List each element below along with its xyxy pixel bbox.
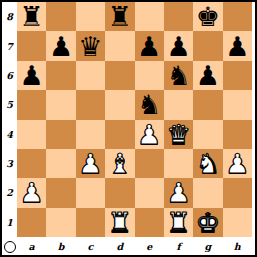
black-knight[interactable]: ♞ bbox=[166, 61, 190, 90]
square-h7[interactable]: ♟ bbox=[223, 31, 252, 60]
square-h1[interactable] bbox=[223, 208, 252, 237]
square-c7[interactable]: ♛ bbox=[76, 31, 105, 60]
square-c2[interactable] bbox=[76, 178, 105, 207]
square-g5[interactable] bbox=[193, 90, 222, 119]
rank-labels: 8 7 6 5 4 3 2 1 bbox=[2, 2, 17, 237]
white-queen[interactable]: ♛ bbox=[166, 120, 190, 149]
black-pawn[interactable]: ♟ bbox=[137, 32, 161, 61]
white-king[interactable]: ♚ bbox=[196, 208, 220, 237]
black-pawn[interactable]: ♟ bbox=[225, 32, 249, 61]
file-label-a: a bbox=[17, 237, 46, 255]
square-d8[interactable]: ♜ bbox=[105, 2, 134, 31]
white-pawn[interactable]: ♟ bbox=[225, 149, 249, 178]
square-a8[interactable]: ♜ bbox=[17, 2, 46, 31]
square-b4[interactable] bbox=[46, 120, 75, 149]
square-e7[interactable]: ♟ bbox=[135, 31, 164, 60]
rank-label-2: 2 bbox=[2, 178, 17, 207]
square-d1[interactable]: ♜ bbox=[105, 208, 134, 237]
square-g1[interactable]: ♚ bbox=[193, 208, 222, 237]
rank-label-5: 5 bbox=[2, 90, 17, 119]
square-f3[interactable] bbox=[164, 149, 193, 178]
square-f8[interactable] bbox=[164, 2, 193, 31]
black-pawn[interactable]: ♟ bbox=[49, 32, 73, 61]
square-b6[interactable] bbox=[46, 61, 75, 90]
file-label-d: d bbox=[105, 237, 134, 255]
rank-label-3: 3 bbox=[2, 149, 17, 178]
square-e2[interactable] bbox=[135, 178, 164, 207]
square-g3[interactable]: ♞ bbox=[193, 149, 222, 178]
file-label-f: f bbox=[164, 237, 193, 255]
black-pawn[interactable]: ♟ bbox=[20, 61, 44, 90]
square-h8[interactable] bbox=[223, 2, 252, 31]
file-label-h: h bbox=[223, 237, 252, 255]
square-d3[interactable]: ♝ bbox=[105, 149, 134, 178]
square-e6[interactable] bbox=[135, 61, 164, 90]
square-a5[interactable] bbox=[17, 90, 46, 119]
square-c8[interactable] bbox=[76, 2, 105, 31]
square-h5[interactable] bbox=[223, 90, 252, 119]
square-d4[interactable] bbox=[105, 120, 134, 149]
square-a6[interactable]: ♟ bbox=[17, 61, 46, 90]
black-rook[interactable]: ♜ bbox=[108, 2, 132, 31]
square-b2[interactable] bbox=[46, 178, 75, 207]
square-c1[interactable] bbox=[76, 208, 105, 237]
square-a1[interactable] bbox=[17, 208, 46, 237]
black-queen[interactable]: ♛ bbox=[78, 32, 102, 61]
square-h6[interactable] bbox=[223, 61, 252, 90]
square-e8[interactable] bbox=[135, 2, 164, 31]
rank-label-8: 8 bbox=[2, 2, 17, 31]
square-b3[interactable] bbox=[46, 149, 75, 178]
square-g7[interactable] bbox=[193, 31, 222, 60]
square-b8[interactable] bbox=[46, 2, 75, 31]
file-label-c: c bbox=[76, 237, 105, 255]
square-f1[interactable]: ♜ bbox=[164, 208, 193, 237]
square-g6[interactable]: ♟ bbox=[193, 61, 222, 90]
square-e3[interactable] bbox=[135, 149, 164, 178]
black-knight[interactable]: ♞ bbox=[137, 90, 161, 119]
white-knight[interactable]: ♞ bbox=[196, 149, 220, 178]
square-f5[interactable] bbox=[164, 90, 193, 119]
white-bishop[interactable]: ♝ bbox=[108, 149, 132, 178]
square-c3[interactable]: ♟ bbox=[76, 149, 105, 178]
square-h3[interactable]: ♟ bbox=[223, 149, 252, 178]
square-a7[interactable] bbox=[17, 31, 46, 60]
square-g8[interactable]: ♚ bbox=[193, 2, 222, 31]
black-king[interactable]: ♚ bbox=[196, 2, 220, 31]
square-d2[interactable] bbox=[105, 178, 134, 207]
square-d6[interactable] bbox=[105, 61, 134, 90]
square-a2[interactable]: ♟ bbox=[17, 178, 46, 207]
square-b1[interactable] bbox=[46, 208, 75, 237]
rank-label-4: 4 bbox=[2, 120, 17, 149]
file-label-b: b bbox=[46, 237, 75, 255]
square-e4[interactable]: ♟ bbox=[135, 120, 164, 149]
white-pawn[interactable]: ♟ bbox=[20, 178, 44, 207]
square-a3[interactable] bbox=[17, 149, 46, 178]
chess-board: ♜♜♚♟♛♟♟♟♟♞♟♞♟♛♟♝♞♟♟♟♜♜♚ bbox=[17, 2, 252, 237]
square-e1[interactable] bbox=[135, 208, 164, 237]
square-c5[interactable] bbox=[76, 90, 105, 119]
square-e5[interactable]: ♞ bbox=[135, 90, 164, 119]
square-b7[interactable]: ♟ bbox=[46, 31, 75, 60]
square-f6[interactable]: ♞ bbox=[164, 61, 193, 90]
white-rook[interactable]: ♜ bbox=[108, 208, 132, 237]
black-pawn[interactable]: ♟ bbox=[196, 61, 220, 90]
white-rook[interactable]: ♜ bbox=[166, 208, 190, 237]
black-pawn[interactable]: ♟ bbox=[166, 32, 190, 61]
square-b5[interactable] bbox=[46, 90, 75, 119]
square-d7[interactable] bbox=[105, 31, 134, 60]
square-f2[interactable]: ♟ bbox=[164, 178, 193, 207]
white-pawn[interactable]: ♟ bbox=[166, 178, 190, 207]
rank-label-7: 7 bbox=[2, 31, 17, 60]
square-h4[interactable] bbox=[223, 120, 252, 149]
square-g2[interactable] bbox=[193, 178, 222, 207]
square-a4[interactable] bbox=[17, 120, 46, 149]
black-rook[interactable]: ♜ bbox=[20, 2, 44, 31]
square-f4[interactable]: ♛ bbox=[164, 120, 193, 149]
chess-diagram: 8 7 6 5 4 3 2 1 ♜♜♚♟♛♟♟♟♟♞♟♞♟♛♟♝♞♟♟♟♜♜♚ … bbox=[0, 0, 257, 257]
square-g4[interactable] bbox=[193, 120, 222, 149]
file-label-g: g bbox=[193, 237, 222, 255]
square-c4[interactable] bbox=[76, 120, 105, 149]
square-c6[interactable] bbox=[76, 61, 105, 90]
white-pawn[interactable]: ♟ bbox=[78, 149, 102, 178]
rank-label-1: 1 bbox=[2, 208, 17, 237]
file-labels: a b c d e f g h bbox=[17, 237, 252, 255]
square-d5[interactable] bbox=[105, 90, 134, 119]
file-label-e: e bbox=[135, 237, 164, 255]
rank-label-6: 6 bbox=[2, 61, 17, 90]
white-to-move-indicator bbox=[4, 241, 16, 253]
white-pawn[interactable]: ♟ bbox=[137, 120, 161, 149]
square-h2[interactable] bbox=[223, 178, 252, 207]
square-f7[interactable]: ♟ bbox=[164, 31, 193, 60]
